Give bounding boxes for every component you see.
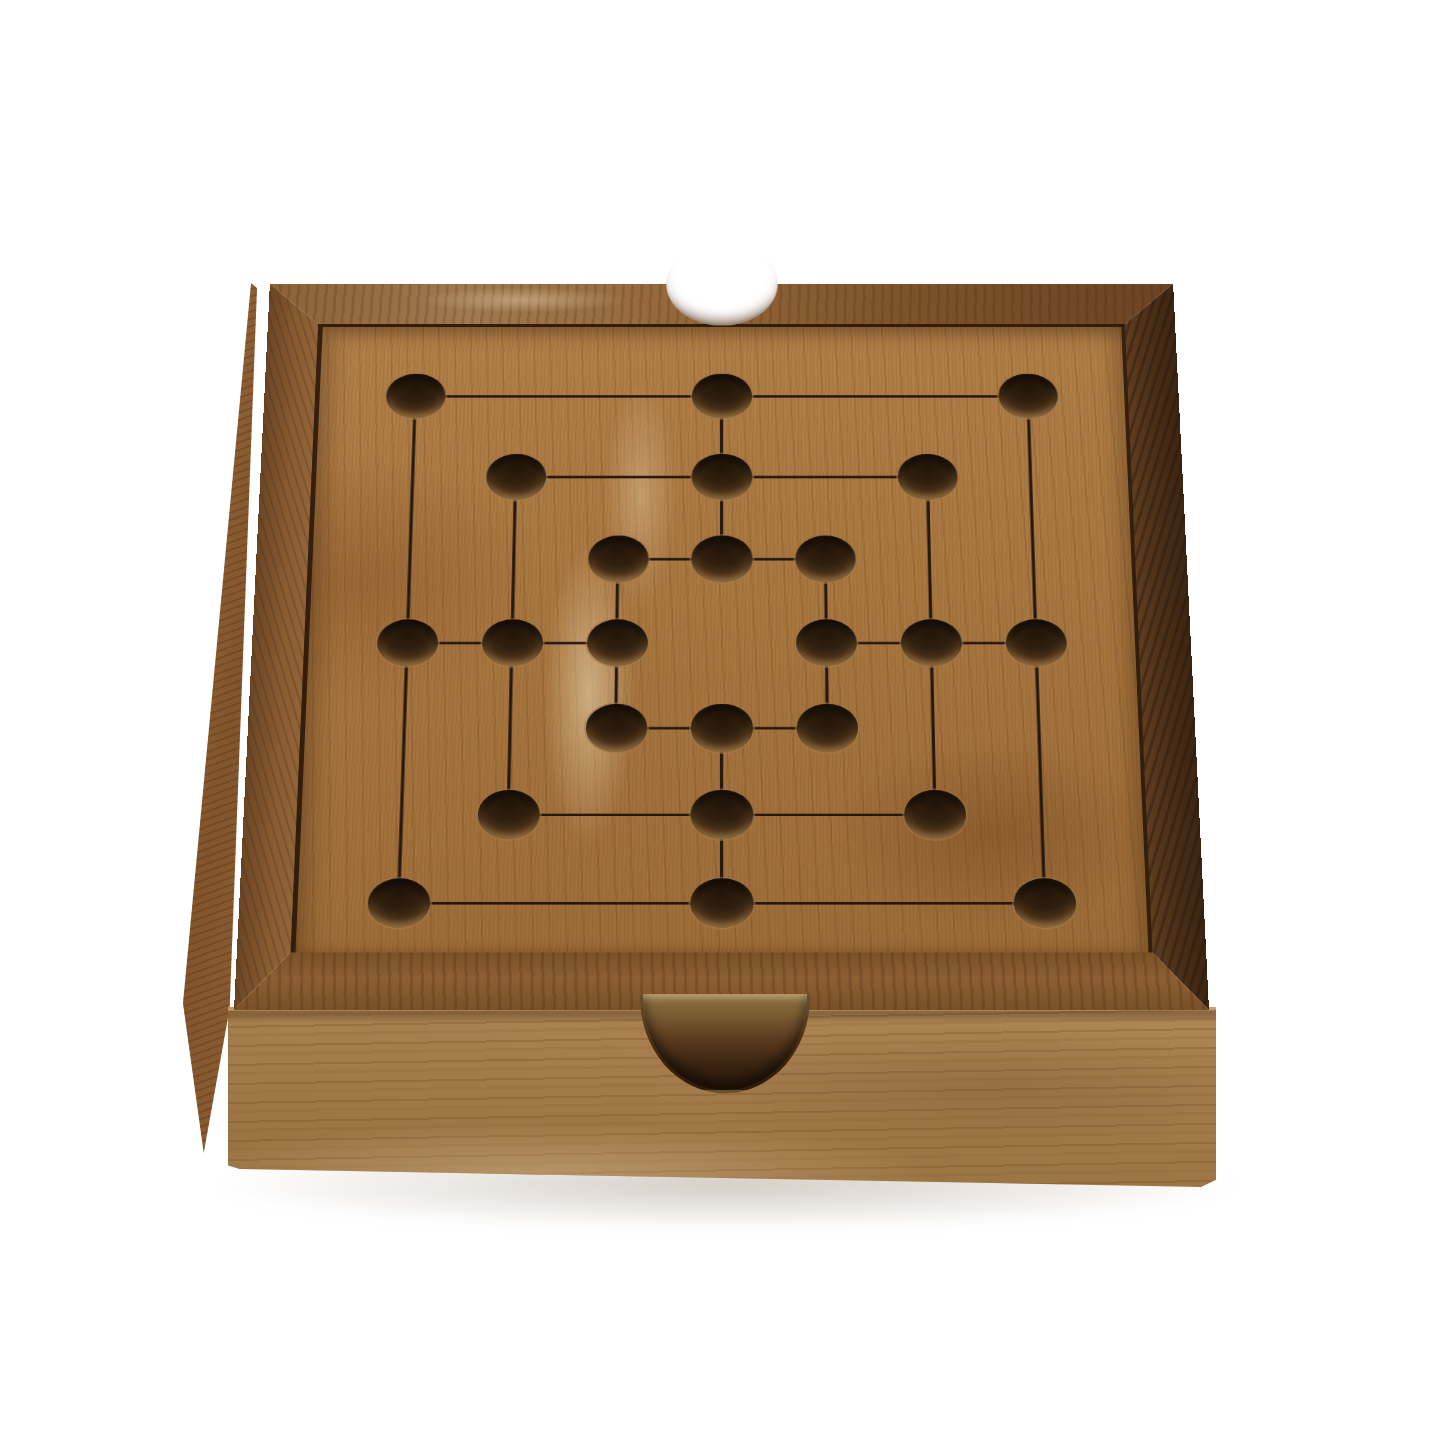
scene (0, 0, 1445, 1445)
finger-notch[interactable] (666, 243, 778, 326)
board-point-c3[interactable] (563, 685, 670, 771)
board-point-d5[interactable] (670, 518, 774, 601)
drilled-hole-d2 (691, 790, 753, 839)
board-point-b6[interactable] (463, 436, 568, 517)
board-point-b4[interactable] (459, 601, 566, 685)
board-point-g7[interactable] (976, 356, 1081, 436)
board-point-f4[interactable] (878, 601, 985, 685)
board-point-c4[interactable] (564, 601, 670, 685)
drilled-hole-c4 (586, 619, 647, 666)
drilled-hole-f4 (901, 619, 963, 666)
drilled-hole-g1 (1013, 878, 1077, 928)
drilled-hole-b4 (481, 619, 543, 666)
drilled-hole-d1 (691, 878, 754, 928)
board-point-g4[interactable] (983, 601, 1091, 685)
box-top (234, 284, 1209, 1010)
board-point-d1[interactable] (668, 859, 776, 948)
drilled-hole-b2 (477, 790, 540, 839)
drilled-hole-d6 (692, 454, 752, 500)
drilled-hole-b6 (486, 454, 547, 500)
board-point-d2[interactable] (668, 771, 775, 858)
sliding-lid (291, 324, 1153, 952)
drilled-hole-a7 (385, 374, 446, 419)
drilled-hole-c3 (585, 704, 647, 752)
drilled-hole-c5 (588, 536, 649, 582)
board-point-d3[interactable] (669, 685, 775, 771)
drilled-hole-f6 (898, 454, 959, 500)
drilled-hole-e4 (796, 619, 857, 666)
board-point-f6[interactable] (876, 436, 981, 517)
drilled-hole-f2 (904, 790, 967, 839)
board-point-a1[interactable] (343, 859, 454, 948)
board-point-a7[interactable] (363, 356, 468, 436)
drilled-hole-e5 (796, 536, 857, 582)
drilled-hole-d3 (691, 704, 752, 752)
drilled-hole-d7 (692, 374, 751, 419)
drilled-hole-g4 (1005, 619, 1067, 666)
board-point-d6[interactable] (670, 436, 773, 517)
board-area (343, 356, 1100, 947)
drilled-hole-g7 (998, 374, 1059, 419)
board-point-b2[interactable] (454, 771, 563, 858)
drilled-hole-d5 (692, 536, 752, 582)
board-point-e3[interactable] (775, 685, 882, 771)
drilled-hole-e3 (797, 704, 859, 752)
drilled-hole-a1 (367, 878, 431, 928)
board-point-a4[interactable] (354, 601, 462, 685)
board-point-g1[interactable] (990, 859, 1101, 948)
board-point-f2[interactable] (881, 771, 990, 858)
drilled-hole-a4 (376, 619, 438, 666)
board-point-e5[interactable] (774, 518, 879, 601)
board-point-e4[interactable] (774, 601, 880, 685)
morris-board-grid (343, 356, 1100, 947)
board-point-d7[interactable] (671, 356, 774, 436)
board-point-c5[interactable] (565, 518, 670, 601)
